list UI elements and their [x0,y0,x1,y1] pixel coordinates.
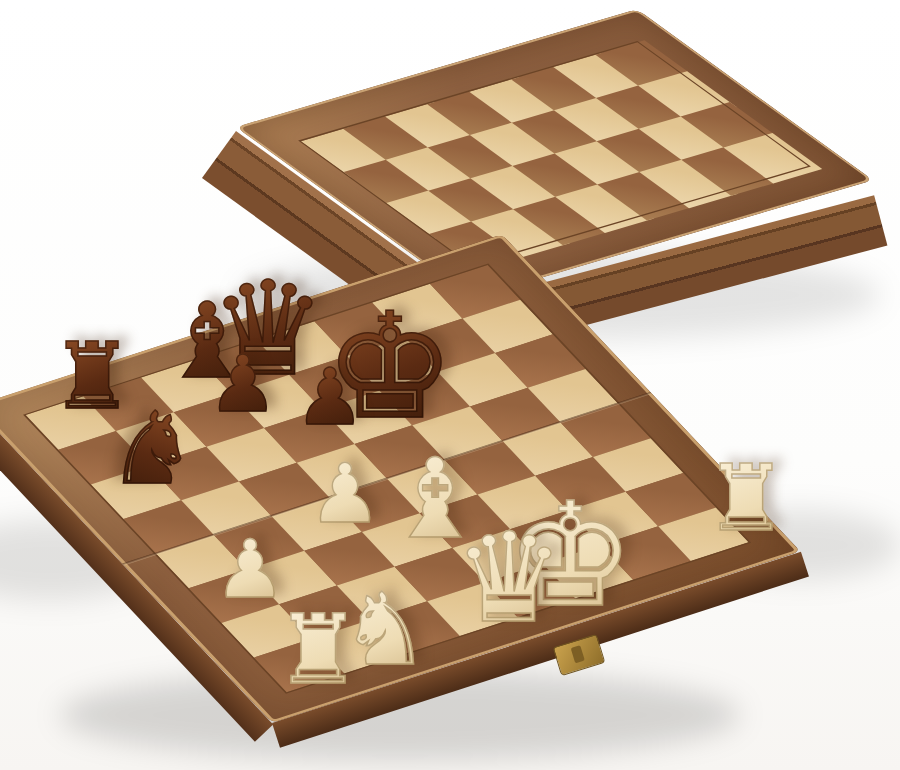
product-photo-stage: ♜♝♛♟♞♟♚♟♟♝♛♚♞♜♜ [0,0,900,770]
box-lid-checker-pattern [301,42,808,264]
